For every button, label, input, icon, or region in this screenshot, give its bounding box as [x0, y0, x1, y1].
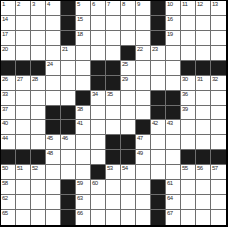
white-cell[interactable] — [211, 16, 226, 31]
black-cell — [151, 106, 166, 121]
white-cell[interactable] — [106, 195, 121, 210]
white-cell[interactable]: 38 — [76, 106, 91, 121]
white-cell[interactable] — [76, 165, 91, 180]
white-cell[interactable]: 52 — [31, 165, 46, 180]
white-cell[interactable]: 34 — [91, 91, 106, 106]
white-cell[interactable] — [91, 150, 106, 165]
crossword-page: 1234567891011121314151617181920212223242… — [0, 0, 229, 228]
white-cell[interactable] — [136, 91, 151, 106]
white-cell[interactable]: 46 — [61, 135, 76, 150]
clue-number: 4 — [47, 1, 50, 7]
white-cell[interactable] — [46, 46, 61, 61]
clue-number: 37 — [2, 106, 8, 112]
black-cell — [91, 165, 106, 180]
clue-number: 44 — [2, 135, 8, 141]
clue-number: 31 — [197, 76, 203, 82]
clue-number: 29 — [122, 76, 128, 82]
clue-number: 38 — [77, 106, 83, 112]
clue-number: 43 — [167, 120, 173, 126]
white-cell[interactable] — [136, 195, 151, 210]
black-cell — [61, 210, 76, 225]
white-cell[interactable]: 53 — [106, 165, 121, 180]
black-cell — [106, 150, 121, 165]
black-cell — [61, 106, 76, 121]
white-cell[interactable] — [31, 106, 46, 121]
white-cell[interactable] — [106, 46, 121, 61]
white-cell[interactable] — [16, 31, 31, 46]
black-cell — [166, 91, 181, 106]
white-cell[interactable]: 37 — [1, 106, 16, 121]
black-cell — [61, 120, 76, 135]
white-cell[interactable] — [76, 76, 91, 91]
white-cell[interactable]: 18 — [76, 31, 91, 46]
white-cell[interactable] — [121, 31, 136, 46]
white-cell[interactable] — [196, 120, 211, 135]
white-cell[interactable] — [211, 195, 226, 210]
white-cell[interactable] — [61, 91, 76, 106]
white-cell[interactable]: 20 — [1, 46, 16, 61]
clue-number: 33 — [2, 91, 8, 97]
white-cell[interactable]: 6 — [91, 1, 106, 16]
white-cell[interactable]: 14 — [1, 16, 16, 31]
white-cell[interactable] — [76, 61, 91, 76]
white-cell[interactable] — [211, 91, 226, 106]
white-cell[interactable] — [121, 91, 136, 106]
clue-number: 16 — [167, 16, 173, 22]
white-cell[interactable] — [196, 46, 211, 61]
white-cell[interactable] — [106, 210, 121, 225]
white-cell[interactable] — [136, 16, 151, 31]
clue-number: 19 — [167, 31, 173, 37]
clue-number: 62 — [2, 195, 8, 201]
white-cell[interactable] — [91, 16, 106, 31]
white-cell[interactable] — [196, 106, 211, 121]
white-cell[interactable]: 49 — [136, 150, 151, 165]
clue-number: 10 — [167, 1, 173, 7]
white-cell[interactable]: 16 — [166, 16, 181, 31]
white-cell[interactable] — [46, 165, 61, 180]
white-cell[interactable]: 66 — [76, 210, 91, 225]
black-cell — [106, 61, 121, 76]
clue-number: 67 — [167, 210, 173, 216]
black-cell — [151, 91, 166, 106]
white-cell[interactable] — [91, 31, 106, 46]
clue-number: 63 — [77, 195, 83, 201]
white-cell[interactable]: 22 — [136, 46, 151, 61]
clue-number: 7 — [107, 1, 110, 7]
black-cell — [151, 180, 166, 195]
white-cell[interactable] — [16, 120, 31, 135]
white-cell[interactable] — [121, 16, 136, 31]
white-cell[interactable]: 60 — [91, 180, 106, 195]
white-cell[interactable]: 11 — [181, 1, 196, 16]
clue-number: 26 — [2, 76, 8, 82]
black-cell — [121, 135, 136, 150]
white-cell[interactable]: 48 — [46, 150, 61, 165]
black-cell — [151, 210, 166, 225]
white-cell[interactable] — [121, 180, 136, 195]
white-cell[interactable]: 42 — [151, 120, 166, 135]
white-cell[interactable]: 59 — [76, 180, 91, 195]
white-cell[interactable] — [46, 195, 61, 210]
white-cell[interactable] — [16, 106, 31, 121]
white-cell[interactable] — [16, 16, 31, 31]
white-cell[interactable] — [211, 46, 226, 61]
black-cell — [151, 16, 166, 31]
white-cell[interactable]: 57 — [211, 165, 226, 180]
clue-number: 2 — [17, 1, 20, 7]
clue-number: 6 — [92, 1, 95, 7]
white-cell[interactable] — [121, 106, 136, 121]
white-cell[interactable] — [166, 61, 181, 76]
white-cell[interactable] — [31, 135, 46, 150]
black-cell — [91, 61, 106, 76]
white-cell[interactable] — [76, 46, 91, 61]
black-cell — [31, 61, 46, 76]
white-cell[interactable] — [196, 210, 211, 225]
clue-number: 13 — [212, 1, 218, 7]
black-cell — [211, 150, 226, 165]
clue-number: 30 — [182, 76, 188, 82]
white-cell[interactable] — [31, 210, 46, 225]
white-cell[interactable]: 1 — [1, 1, 16, 16]
black-cell — [121, 46, 136, 61]
clue-number: 22 — [137, 46, 143, 52]
white-cell[interactable]: 29 — [121, 76, 136, 91]
clue-number: 59 — [77, 180, 83, 186]
white-cell[interactable]: 40 — [1, 120, 16, 135]
white-cell[interactable] — [106, 31, 121, 46]
black-cell — [16, 150, 31, 165]
black-cell — [1, 150, 16, 165]
clue-number: 40 — [2, 120, 8, 126]
clue-number: 35 — [107, 91, 113, 97]
white-cell[interactable] — [151, 135, 166, 150]
clue-number: 17 — [2, 31, 8, 37]
white-cell[interactable] — [46, 180, 61, 195]
white-cell[interactable]: 56 — [196, 165, 211, 180]
white-cell[interactable]: 62 — [1, 195, 16, 210]
black-cell — [46, 106, 61, 121]
black-cell — [151, 195, 166, 210]
white-cell[interactable] — [91, 46, 106, 61]
white-cell[interactable] — [211, 106, 226, 121]
clue-number: 27 — [17, 76, 23, 82]
white-cell[interactable] — [181, 195, 196, 210]
white-cell[interactable] — [106, 106, 121, 121]
white-cell[interactable] — [61, 61, 76, 76]
white-cell[interactable] — [136, 180, 151, 195]
white-cell[interactable] — [121, 120, 136, 135]
clue-number: 32 — [212, 76, 218, 82]
white-cell[interactable]: 30 — [181, 76, 196, 91]
white-cell[interactable] — [196, 195, 211, 210]
black-cell — [61, 180, 76, 195]
white-cell[interactable] — [196, 135, 211, 150]
black-cell — [181, 150, 196, 165]
white-cell[interactable] — [16, 180, 31, 195]
white-cell[interactable]: 51 — [16, 165, 31, 180]
white-cell[interactable] — [16, 46, 31, 61]
white-cell[interactable] — [46, 31, 61, 46]
black-cell — [31, 150, 46, 165]
white-cell[interactable] — [196, 31, 211, 46]
white-cell[interactable] — [196, 91, 211, 106]
clue-number: 39 — [182, 106, 188, 112]
clue-number: 42 — [152, 120, 158, 126]
white-cell[interactable] — [106, 16, 121, 31]
crossword-grid: 1234567891011121314151617181920212223242… — [0, 0, 228, 227]
clue-number: 51 — [17, 165, 23, 171]
white-cell[interactable] — [196, 16, 211, 31]
white-cell[interactable] — [106, 180, 121, 195]
white-cell[interactable] — [181, 31, 196, 46]
black-cell — [1, 61, 16, 76]
clue-number: 65 — [2, 210, 8, 216]
white-cell[interactable] — [151, 150, 166, 165]
white-cell[interactable] — [46, 91, 61, 106]
clue-number: 9 — [137, 1, 140, 7]
black-cell — [151, 31, 166, 46]
white-cell[interactable] — [211, 135, 226, 150]
white-cell[interactable] — [166, 46, 181, 61]
white-cell[interactable] — [166, 76, 181, 91]
white-cell[interactable] — [61, 165, 76, 180]
white-cell[interactable] — [121, 195, 136, 210]
white-cell[interactable]: 50 — [1, 165, 16, 180]
white-cell[interactable]: 47 — [136, 135, 151, 150]
white-cell[interactable] — [16, 210, 31, 225]
clue-number: 45 — [47, 135, 53, 141]
clue-number: 60 — [92, 180, 98, 186]
clue-number: 49 — [137, 150, 143, 156]
white-cell[interactable]: 63 — [76, 195, 91, 210]
clue-number: 53 — [107, 165, 113, 171]
black-cell — [76, 91, 91, 106]
white-cell[interactable]: 39 — [181, 106, 196, 121]
clue-number: 24 — [47, 61, 53, 67]
white-cell[interactable]: 10 — [166, 1, 181, 16]
clue-number: 57 — [212, 165, 218, 171]
white-cell[interactable]: 65 — [1, 210, 16, 225]
white-cell[interactable] — [181, 16, 196, 31]
white-cell[interactable] — [166, 165, 181, 180]
clue-number: 8 — [122, 1, 125, 7]
white-cell[interactable] — [61, 76, 76, 91]
clue-number: 15 — [77, 16, 83, 22]
white-cell[interactable] — [16, 135, 31, 150]
white-cell[interactable] — [91, 120, 106, 135]
clue-number: 11 — [182, 1, 187, 7]
white-cell[interactable]: 5 — [76, 1, 91, 16]
white-cell[interactable] — [181, 120, 196, 135]
white-cell[interactable]: 33 — [1, 91, 16, 106]
white-cell[interactable]: 31 — [196, 76, 211, 91]
white-cell[interactable] — [76, 150, 91, 165]
black-cell — [16, 61, 31, 76]
black-cell — [61, 195, 76, 210]
white-cell[interactable] — [151, 165, 166, 180]
black-cell — [121, 150, 136, 165]
white-cell[interactable]: 15 — [76, 16, 91, 31]
white-cell[interactable]: 58 — [1, 180, 16, 195]
white-cell[interactable] — [91, 195, 106, 210]
clue-number: 58 — [2, 180, 8, 186]
clue-number: 23 — [152, 46, 158, 52]
black-cell — [136, 120, 151, 135]
clue-number: 18 — [77, 31, 83, 37]
white-cell[interactable] — [46, 210, 61, 225]
white-cell[interactable] — [181, 135, 196, 150]
black-cell — [181, 61, 196, 76]
white-cell[interactable]: 24 — [46, 61, 61, 76]
black-cell — [46, 120, 61, 135]
white-cell[interactable]: 35 — [106, 91, 121, 106]
clue-number: 41 — [77, 120, 83, 126]
white-cell[interactable]: 25 — [121, 61, 136, 76]
white-cell[interactable]: 27 — [16, 76, 31, 91]
white-cell[interactable] — [16, 195, 31, 210]
black-cell — [106, 135, 121, 150]
white-cell[interactable] — [136, 31, 151, 46]
white-cell[interactable]: 17 — [1, 31, 16, 46]
white-cell[interactable]: 4 — [46, 1, 61, 16]
white-cell[interactable]: 64 — [166, 195, 181, 210]
white-cell[interactable] — [211, 31, 226, 46]
clue-number: 54 — [122, 165, 128, 171]
clue-number: 3 — [32, 1, 35, 7]
black-cell — [61, 16, 76, 31]
black-cell — [196, 150, 211, 165]
white-cell[interactable]: 21 — [61, 46, 76, 61]
white-cell[interactable] — [31, 180, 46, 195]
clue-number: 5 — [77, 1, 80, 7]
black-cell — [91, 76, 106, 91]
clue-number: 36 — [182, 91, 188, 97]
clue-number: 52 — [32, 165, 38, 171]
clue-number: 25 — [122, 61, 128, 67]
white-cell[interactable] — [196, 180, 211, 195]
white-cell[interactable] — [91, 135, 106, 150]
white-cell[interactable]: 8 — [121, 1, 136, 16]
white-cell[interactable]: 32 — [211, 76, 226, 91]
white-cell[interactable] — [121, 210, 136, 225]
black-cell — [61, 31, 76, 46]
clue-number: 20 — [2, 46, 8, 52]
white-cell[interactable]: 41 — [76, 120, 91, 135]
clue-number: 21 — [62, 46, 68, 52]
clue-number: 28 — [32, 76, 38, 82]
white-cell[interactable]: 28 — [31, 76, 46, 91]
white-cell[interactable] — [166, 135, 181, 150]
white-cell[interactable]: 3 — [31, 1, 46, 16]
white-cell[interactable] — [136, 210, 151, 225]
clue-number: 64 — [167, 195, 173, 201]
clue-number: 50 — [2, 165, 8, 171]
white-cell[interactable] — [31, 16, 46, 31]
white-cell[interactable]: 43 — [166, 120, 181, 135]
white-cell[interactable]: 55 — [181, 165, 196, 180]
black-cell — [151, 1, 166, 16]
black-cell — [166, 106, 181, 121]
white-cell[interactable] — [151, 61, 166, 76]
white-cell[interactable]: 26 — [1, 76, 16, 91]
white-cell[interactable] — [61, 150, 76, 165]
black-cell — [211, 61, 226, 76]
white-cell[interactable] — [106, 120, 121, 135]
white-cell[interactable]: 12 — [196, 1, 211, 16]
clue-number: 14 — [2, 16, 8, 22]
clue-number: 34 — [92, 91, 98, 97]
white-cell[interactable] — [211, 120, 226, 135]
white-cell[interactable] — [211, 180, 226, 195]
white-cell[interactable] — [31, 31, 46, 46]
clue-number: 55 — [182, 165, 188, 171]
black-cell — [106, 76, 121, 91]
white-cell[interactable] — [31, 46, 46, 61]
white-cell[interactable]: 45 — [46, 135, 61, 150]
white-cell[interactable]: 19 — [166, 31, 181, 46]
black-cell — [61, 1, 76, 16]
white-cell[interactable] — [136, 76, 151, 91]
white-cell[interactable] — [16, 91, 31, 106]
white-cell[interactable] — [181, 180, 196, 195]
white-cell[interactable] — [166, 150, 181, 165]
white-cell[interactable] — [136, 106, 151, 121]
black-cell — [196, 61, 211, 76]
white-cell[interactable]: 67 — [166, 210, 181, 225]
white-cell[interactable] — [181, 46, 196, 61]
white-cell[interactable]: 54 — [121, 165, 136, 180]
white-cell[interactable] — [211, 210, 226, 225]
white-cell[interactable] — [181, 210, 196, 225]
white-cell[interactable] — [91, 210, 106, 225]
white-cell[interactable] — [31, 195, 46, 210]
clue-number: 12 — [197, 1, 203, 7]
white-cell[interactable]: 2 — [16, 1, 31, 16]
white-cell[interactable]: 23 — [151, 46, 166, 61]
white-cell[interactable]: 7 — [106, 1, 121, 16]
white-cell[interactable]: 9 — [136, 1, 151, 16]
clue-number: 56 — [197, 165, 203, 171]
white-cell[interactable]: 13 — [211, 1, 226, 16]
clue-number: 47 — [137, 135, 143, 141]
clue-number: 48 — [47, 150, 53, 156]
white-cell[interactable] — [46, 16, 61, 31]
white-cell[interactable] — [136, 165, 151, 180]
white-cell[interactable] — [76, 135, 91, 150]
clue-number: 46 — [62, 135, 68, 141]
white-cell[interactable]: 61 — [166, 180, 181, 195]
white-cell[interactable] — [31, 91, 46, 106]
white-cell[interactable] — [136, 61, 151, 76]
white-cell[interactable] — [151, 76, 166, 91]
white-cell[interactable] — [31, 120, 46, 135]
white-cell[interactable]: 44 — [1, 135, 16, 150]
white-cell[interactable] — [91, 106, 106, 121]
white-cell[interactable] — [46, 76, 61, 91]
white-cell[interactable]: 36 — [181, 91, 196, 106]
clue-number: 61 — [167, 180, 173, 186]
clue-number: 66 — [77, 210, 83, 216]
clue-number: 1 — [2, 1, 5, 7]
